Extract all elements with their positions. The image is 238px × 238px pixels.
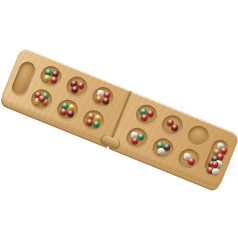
pit-near-3 <box>80 107 107 134</box>
mancala-board <box>0 47 238 189</box>
product-photo <box>0 0 238 238</box>
bead-maroon <box>170 123 179 132</box>
pit-near-5 <box>149 135 176 162</box>
pit-near-6 <box>175 146 202 173</box>
pit-far-4 <box>133 102 160 129</box>
pit-far-2 <box>63 73 90 100</box>
pit-near-1 <box>28 86 55 113</box>
bead-red <box>187 157 196 166</box>
board-half-left <box>0 47 131 145</box>
pit-near-2 <box>54 97 81 124</box>
board-half-right <box>109 91 238 189</box>
pit-near-4 <box>123 125 150 152</box>
pit-far-1 <box>37 63 64 90</box>
pit-far-3 <box>89 84 116 111</box>
pit-far-5 <box>159 112 186 139</box>
pit-far-6 <box>185 123 212 150</box>
